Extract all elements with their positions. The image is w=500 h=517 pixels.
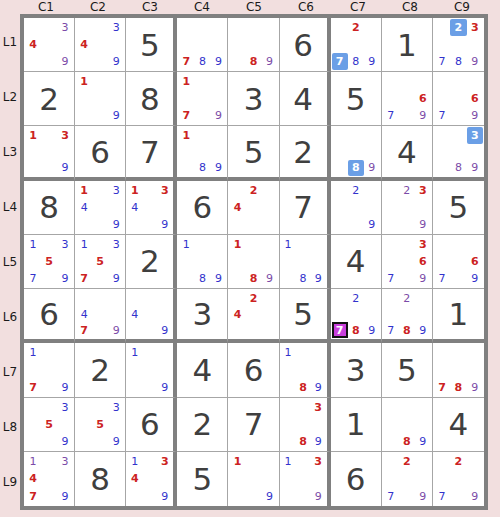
candidate-3[interactable]: 3: [57, 236, 73, 253]
pencilmarks: 3679: [383, 236, 431, 287]
candidate-2[interactable]: 2: [348, 19, 364, 36]
cell-L4C3[interactable]: 1349: [126, 181, 177, 235]
cell-L6C1[interactable]: 6: [24, 289, 75, 343]
candidate-2[interactable]: 2: [245, 182, 261, 199]
candidate-7[interactable]: 7: [383, 488, 399, 505]
pencilmarks: 349: [76, 19, 124, 70]
candidate-9[interactable]: 9: [415, 216, 431, 233]
candidate-9[interactable]: 9: [311, 433, 326, 450]
cell-L3C3[interactable]: 7: [126, 126, 177, 180]
big-digit: 5: [177, 452, 227, 506]
candidate-9[interactable]: 9: [364, 216, 380, 233]
candidate-7[interactable]: 7: [25, 488, 41, 505]
candidate-4[interactable]: 4: [229, 199, 245, 216]
candidate-7[interactable]: 7: [434, 53, 450, 70]
candidate-9[interactable]: 9: [364, 53, 380, 70]
candidate-9[interactable]: 9: [157, 322, 172, 338]
candidate-7[interactable]: 7: [76, 270, 92, 287]
candidate-7[interactable]: 7: [383, 270, 399, 287]
pencilmarks: 789: [178, 19, 226, 70]
candidate-3[interactable]: 3: [311, 399, 326, 416]
pencilmarks: 679: [383, 73, 431, 124]
cell-L5C7[interactable]: 4: [331, 235, 382, 289]
cell-L7C9[interactable]: 789: [433, 343, 484, 397]
pencilmarks: 2789: [332, 19, 380, 70]
candidate-5[interactable]: 5: [92, 416, 108, 433]
candidate-9[interactable]: 9: [467, 53, 483, 70]
candidate-3[interactable]: 3: [57, 399, 73, 416]
candidate-2[interactable]: 2: [245, 290, 261, 306]
pencilmarks: 789: [434, 344, 483, 395]
cell-L4C9[interactable]: 5: [433, 181, 484, 235]
candidate-9[interactable]: 9: [57, 433, 73, 450]
candidate-7[interactable]: 7: [434, 488, 450, 505]
big-digit: 4: [433, 398, 484, 451]
candidate-8[interactable]: 8: [399, 322, 415, 338]
candidate-3[interactable]: 3: [108, 236, 124, 253]
cell-L8C6[interactable]: 389: [280, 398, 331, 452]
big-digit: 8: [75, 452, 125, 506]
candidate-4[interactable]: 4: [229, 306, 245, 322]
candidate-8[interactable]: 8: [348, 53, 364, 70]
candidate-1[interactable]: 1: [25, 236, 41, 253]
candidate-8[interactable]: 8: [194, 270, 210, 287]
cell-L5C4[interactable]: 189: [177, 235, 228, 289]
big-digit: 5: [331, 72, 381, 125]
big-digit: 3: [228, 72, 278, 125]
candidate-2[interactable]: 2: [399, 182, 415, 199]
candidate-7[interactable]: 7: [76, 322, 92, 338]
pencilmarks: 89: [229, 19, 277, 70]
column-label-c7: C7: [332, 0, 384, 14]
candidate-9[interactable]: 9: [57, 160, 73, 176]
candidate-5[interactable]: 5: [41, 253, 57, 270]
candidate-9[interactable]: 9: [415, 488, 431, 505]
candidate-7[interactable]: 7: [25, 378, 41, 395]
big-digit: 7: [280, 181, 327, 234]
cell-L7C8[interactable]: 5: [382, 343, 433, 397]
cell-L3C1[interactable]: 139: [24, 126, 75, 180]
candidate-9[interactable]: 9: [311, 378, 326, 395]
candidate-3[interactable]: 3: [108, 182, 124, 199]
cell-L1C9[interactable]: 23789: [433, 18, 484, 72]
pencilmarks: 479: [76, 290, 124, 338]
cell-L5C1[interactable]: 13579: [24, 235, 75, 289]
pencilmarks: 279: [434, 453, 483, 505]
candidate-9[interactable]: 9: [57, 378, 73, 395]
candidate-3[interactable]: 3: [157, 182, 172, 199]
pencilmarks: 279: [383, 453, 431, 505]
candidate-3[interactable]: 3: [108, 19, 124, 36]
cell-L2C8[interactable]: 679: [382, 72, 433, 126]
cell-L2C6[interactable]: 4: [280, 72, 331, 126]
cell-L6C5[interactable]: 24: [228, 289, 279, 343]
cell-L4C6[interactable]: 7: [280, 181, 331, 235]
pencilmarks: 89: [332, 127, 380, 175]
cell-L8C3[interactable]: 6: [126, 398, 177, 452]
cell-L6C9[interactable]: 1: [433, 289, 484, 343]
pencilmarks: 13579: [76, 236, 124, 287]
candidate-8[interactable]: 8: [245, 270, 261, 287]
candidate-9[interactable]: 9: [157, 488, 172, 505]
row-label-l8: L8: [0, 400, 20, 455]
row-label-l3: L3: [0, 124, 20, 179]
cell-L3C6[interactable]: 2: [280, 126, 331, 180]
pencilmarks: 189: [229, 236, 277, 287]
candidate-9[interactable]: 9: [57, 53, 73, 70]
candidate-1[interactable]: 1: [76, 73, 92, 90]
candidate-9[interactable]: 9: [262, 270, 278, 287]
pencilmarks: 179: [25, 344, 73, 395]
candidate-8[interactable]: 8: [450, 378, 466, 395]
candidate-9[interactable]: 9: [415, 322, 431, 338]
candidate-1[interactable]: 1: [281, 344, 296, 361]
pencilmarks: 13479: [25, 453, 73, 505]
cell-L1C2[interactable]: 349: [75, 18, 126, 72]
cell-L2C7[interactable]: 5: [331, 72, 382, 126]
candidate-3[interactable]: 3: [311, 453, 326, 470]
cell-L6C4[interactable]: 3: [177, 289, 228, 343]
pencilmarks: 189: [281, 344, 326, 395]
candidate-7[interactable]: 7: [383, 107, 399, 124]
candidate-7[interactable]: 7: [25, 270, 41, 287]
pencilmarks: 19: [127, 344, 172, 395]
cell-L2C2[interactable]: 19: [75, 72, 126, 126]
column-label-c3: C3: [124, 0, 176, 14]
candidate-9[interactable]: 9: [57, 270, 73, 287]
cell-L2C5[interactable]: 3: [228, 72, 279, 126]
pencilmarks: 359: [76, 399, 124, 450]
big-digit: 6: [75, 126, 125, 176]
cell-L9C4[interactable]: 5: [177, 452, 228, 506]
candidate-9[interactable]: 9: [108, 53, 124, 70]
cell-L1C1[interactable]: 349: [24, 18, 75, 72]
pencilmarks: 1349: [76, 182, 124, 233]
candidate-1[interactable]: 1: [127, 344, 142, 361]
cell-L2C1[interactable]: 2: [24, 72, 75, 126]
candidate-9[interactable]: 9: [262, 488, 278, 505]
row-label-l7: L7: [0, 345, 20, 400]
candidate-7[interactable]: 7: [383, 322, 399, 338]
candidate-9[interactable]: 9: [108, 107, 124, 124]
cell-L3C2[interactable]: 6: [75, 126, 126, 180]
candidate-9[interactable]: 9: [157, 216, 172, 233]
candidate-3[interactable]: 3: [57, 19, 73, 36]
column-label-c5: C5: [228, 0, 280, 14]
candidate-4[interactable]: 4: [127, 470, 142, 487]
big-digit: 2: [24, 72, 74, 125]
cell-L9C9[interactable]: 279: [433, 452, 484, 506]
cell-L3C9[interactable]: 389: [433, 126, 484, 180]
cell-L7C2[interactable]: 2: [75, 343, 126, 397]
cell-L7C5[interactable]: 6: [228, 343, 279, 397]
cell-L1C7[interactable]: 2789: [331, 18, 382, 72]
candidate-8[interactable]: 8: [296, 270, 311, 287]
row-label-l9: L9: [0, 455, 20, 510]
candidate-9[interactable]: 9: [108, 270, 124, 287]
cell-L3C5[interactable]: 5: [228, 126, 279, 180]
cell-L9C3[interactable]: 1349: [126, 452, 177, 506]
cell-L8C4[interactable]: 2: [177, 398, 228, 452]
candidate-9[interactable]: 9: [467, 270, 483, 287]
candidate-2[interactable]: 2: [348, 182, 364, 199]
candidate-3[interactable]: 3: [467, 19, 483, 36]
pencilmarks: 19: [76, 73, 124, 124]
cell-L4C7[interactable]: 29: [331, 181, 382, 235]
candidate-7[interactable]: 7: [434, 378, 450, 395]
cell-L8C1[interactable]: 359: [24, 398, 75, 452]
column-label-c2: C2: [72, 0, 124, 14]
big-digit: 6: [331, 452, 381, 506]
cell-L9C5[interactable]: 19: [228, 452, 279, 506]
candidate-1[interactable]: 1: [76, 236, 92, 253]
candidate-9[interactable]: 9: [415, 270, 431, 287]
candidate-6[interactable]: 6: [415, 90, 431, 107]
candidate-4[interactable]: 4: [127, 306, 142, 322]
candidate-9[interactable]: 9: [467, 160, 483, 176]
cell-L9C7[interactable]: 6: [331, 452, 382, 506]
pencilmarks: 389: [281, 399, 326, 450]
row-label-l1: L1: [0, 14, 20, 69]
pencilmarks: 23789: [434, 19, 483, 70]
candidate-6[interactable]: 6: [467, 253, 483, 270]
big-digit: 8: [126, 72, 173, 125]
cell-L7C7[interactable]: 3: [331, 343, 382, 397]
pencilmarks: 13579: [25, 236, 73, 287]
cell-L8C8[interactable]: 89: [382, 398, 433, 452]
pencilmarks: 239: [383, 182, 431, 233]
candidate-1[interactable]: 1: [281, 236, 296, 253]
candidate-9[interactable]: 9: [364, 322, 380, 338]
cell-L5C2[interactable]: 13579: [75, 235, 126, 289]
big-digit: 5: [433, 181, 484, 234]
candidate-6[interactable]: 6: [467, 90, 483, 107]
candidate-4[interactable]: 4: [25, 36, 41, 53]
big-digit: 2: [126, 235, 173, 288]
cell-L6C3[interactable]: 49: [126, 289, 177, 343]
candidate-9[interactable]: 9: [108, 433, 124, 450]
cell-L9C1[interactable]: 13479: [24, 452, 75, 506]
cell-L5C3[interactable]: 2: [126, 235, 177, 289]
big-digit: 5: [228, 126, 278, 176]
candidate-1[interactable]: 1: [76, 182, 92, 199]
candidate-1[interactable]: 1: [178, 236, 194, 253]
candidate-1[interactable]: 1: [229, 236, 245, 253]
cell-L8C7[interactable]: 1: [331, 398, 382, 452]
cell-L8C2[interactable]: 359: [75, 398, 126, 452]
cell-L4C1[interactable]: 8: [24, 181, 75, 235]
big-digit: 4: [177, 343, 227, 396]
candidate-9[interactable]: 9: [415, 107, 431, 124]
pencilmarks: 1349: [127, 453, 172, 505]
cell-L8C9[interactable]: 4: [433, 398, 484, 452]
candidate-9[interactable]: 9: [108, 216, 124, 233]
column-label-c8: C8: [384, 0, 436, 14]
pencilmarks: 189: [281, 236, 326, 287]
pencilmarks: 2789: [383, 290, 431, 338]
pencilmarks: 389: [434, 127, 483, 175]
candidate-7[interactable]: 7: [178, 53, 194, 70]
candidate-2[interactable]: 2: [399, 453, 415, 470]
cell-L3C7[interactable]: 89: [331, 126, 382, 180]
candidate-8[interactable]: 8: [348, 160, 364, 176]
row-label-l4: L4: [0, 179, 20, 234]
column-label-c9: C9: [436, 0, 488, 14]
cell-L1C4[interactable]: 789: [177, 18, 228, 72]
candidate-7[interactable]: 7: [178, 107, 194, 124]
candidate-3[interactable]: 3: [57, 453, 73, 470]
cell-L1C5[interactable]: 89: [228, 18, 279, 72]
cell-L4C2[interactable]: 1349: [75, 181, 126, 235]
column-label-c1: C1: [20, 0, 72, 14]
candidate-5[interactable]: 5: [92, 253, 108, 270]
big-digit: 5: [126, 18, 173, 71]
cell-L1C8[interactable]: 1: [382, 18, 433, 72]
candidate-4[interactable]: 4: [76, 306, 92, 322]
candidate-9[interactable]: 9: [262, 53, 278, 70]
cell-L5C8[interactable]: 3679: [382, 235, 433, 289]
candidate-9[interactable]: 9: [108, 322, 124, 338]
candidate-2[interactable]: 2: [450, 453, 466, 470]
row-labels: L1L2L3L4L5L6L7L8L9: [0, 14, 20, 510]
candidate-7[interactable]: 7: [434, 270, 450, 287]
candidate-1[interactable]: 1: [178, 73, 194, 90]
pencilmarks: 189: [178, 127, 226, 175]
cell-L6C6[interactable]: 5: [280, 289, 331, 343]
candidate-9[interactable]: 9: [210, 107, 226, 124]
candidate-8[interactable]: 8: [348, 322, 364, 338]
candidate-6[interactable]: 6: [415, 253, 431, 270]
cell-L7C3[interactable]: 19: [126, 343, 177, 397]
candidate-4[interactable]: 4: [76, 36, 92, 53]
candidate-3[interactable]: 3: [57, 127, 73, 143]
column-label-c6: C6: [280, 0, 332, 14]
big-digit: 1: [433, 289, 484, 339]
big-digit: 2: [75, 343, 125, 396]
candidate-1[interactable]: 1: [229, 453, 245, 470]
candidate-2[interactable]: 2: [399, 290, 415, 306]
big-digit: 2: [177, 398, 227, 451]
pencilmarks: 89: [383, 399, 431, 450]
candidate-4[interactable]: 4: [25, 470, 41, 487]
big-digit: 7: [126, 126, 173, 176]
pencilmarks: 179: [178, 73, 226, 124]
candidate-1[interactable]: 1: [25, 127, 41, 143]
cell-L3C4[interactable]: 189: [177, 126, 228, 180]
cell-L9C6[interactable]: 139: [280, 452, 331, 506]
cell-L7C6[interactable]: 189: [280, 343, 331, 397]
cell-L2C4[interactable]: 179: [177, 72, 228, 126]
candidate-5[interactable]: 5: [41, 416, 57, 433]
candidate-9[interactable]: 9: [57, 488, 73, 505]
big-digit: 8: [24, 181, 74, 234]
candidate-9[interactable]: 9: [467, 378, 483, 395]
candidate-9[interactable]: 9: [311, 270, 326, 287]
candidate-9[interactable]: 9: [210, 270, 226, 287]
cell-L8C5[interactable]: 7: [228, 398, 279, 452]
cell-L1C3[interactable]: 5: [126, 18, 177, 72]
candidate-2[interactable]: 2: [450, 19, 466, 36]
candidate-8[interactable]: 8: [194, 160, 210, 176]
candidate-9[interactable]: 9: [311, 488, 326, 505]
cell-L4C4[interactable]: 6: [177, 181, 228, 235]
candidate-9[interactable]: 9: [467, 107, 483, 124]
cell-L6C8[interactable]: 2789: [382, 289, 433, 343]
cell-L5C5[interactable]: 189: [228, 235, 279, 289]
cell-L4C8[interactable]: 239: [382, 181, 433, 235]
column-label-c4: C4: [176, 0, 228, 14]
candidate-8[interactable]: 8: [296, 433, 311, 450]
big-digit: 6: [24, 289, 74, 339]
pencilmarks: 189: [178, 236, 226, 287]
candidate-8[interactable]: 8: [450, 53, 466, 70]
pencilmarks: 2789: [332, 290, 380, 338]
candidate-1[interactable]: 1: [25, 344, 41, 361]
candidate-3[interactable]: 3: [157, 453, 172, 470]
candidate-3[interactable]: 3: [108, 399, 124, 416]
cell-L2C9[interactable]: 679: [433, 72, 484, 126]
big-digit: 3: [331, 343, 381, 396]
cell-L1C6[interactable]: 6: [280, 18, 331, 72]
cell-L9C2[interactable]: 8: [75, 452, 126, 506]
cell-L6C7[interactable]: 2789: [331, 289, 382, 343]
candidate-1[interactable]: 1: [178, 127, 194, 143]
big-digit: 6: [177, 181, 227, 234]
cell-L7C1[interactable]: 179: [24, 343, 75, 397]
candidate-7[interactable]: 7: [434, 107, 450, 124]
candidate-9[interactable]: 9: [467, 488, 483, 505]
cell-L7C4[interactable]: 4: [177, 343, 228, 397]
cell-L5C9[interactable]: 679: [433, 235, 484, 289]
big-digit: 7: [228, 398, 278, 451]
cell-L4C5[interactable]: 24: [228, 181, 279, 235]
big-digit: 4: [331, 235, 381, 288]
candidate-8[interactable]: 8: [296, 378, 311, 395]
row-label-l5: L5: [0, 234, 20, 289]
big-digit: 6: [126, 398, 173, 451]
candidate-9[interactable]: 9: [157, 378, 172, 395]
candidate-8[interactable]: 8: [194, 53, 210, 70]
big-digit: 6: [280, 18, 327, 71]
column-labels: C1C2C3C4C5C6C7C8C9: [20, 0, 488, 14]
candidate-1[interactable]: 1: [25, 453, 41, 470]
candidate-9[interactable]: 9: [210, 160, 226, 176]
cell-L5C6[interactable]: 189: [280, 235, 331, 289]
candidate-3[interactable]: 3: [415, 236, 431, 253]
candidate-1[interactable]: 1: [127, 453, 142, 470]
cell-L3C8[interactable]: 4: [382, 126, 433, 180]
candidate-8[interactable]: 8: [399, 433, 415, 450]
cell-L9C8[interactable]: 279: [382, 452, 433, 506]
candidate-3[interactable]: 3: [467, 127, 483, 143]
cell-L6C2[interactable]: 479: [75, 289, 126, 343]
candidate-3[interactable]: 3: [415, 182, 431, 199]
cell-L2C3[interactable]: 8: [126, 72, 177, 126]
candidate-2[interactable]: 2: [348, 290, 364, 306]
candidate-4[interactable]: 4: [76, 199, 92, 216]
candidate-9[interactable]: 9: [415, 433, 431, 450]
candidate-8[interactable]: 8: [450, 160, 466, 176]
candidate-7[interactable]: 7: [332, 53, 348, 70]
candidate-7[interactable]: 7: [332, 322, 348, 338]
candidate-1[interactable]: 1: [281, 453, 296, 470]
candidate-1[interactable]: 1: [127, 182, 142, 199]
candidate-4[interactable]: 4: [127, 199, 142, 216]
pencilmarks: 359: [25, 399, 73, 450]
candidate-9[interactable]: 9: [210, 53, 226, 70]
candidate-8[interactable]: 8: [245, 53, 261, 70]
candidate-9[interactable]: 9: [364, 160, 380, 176]
